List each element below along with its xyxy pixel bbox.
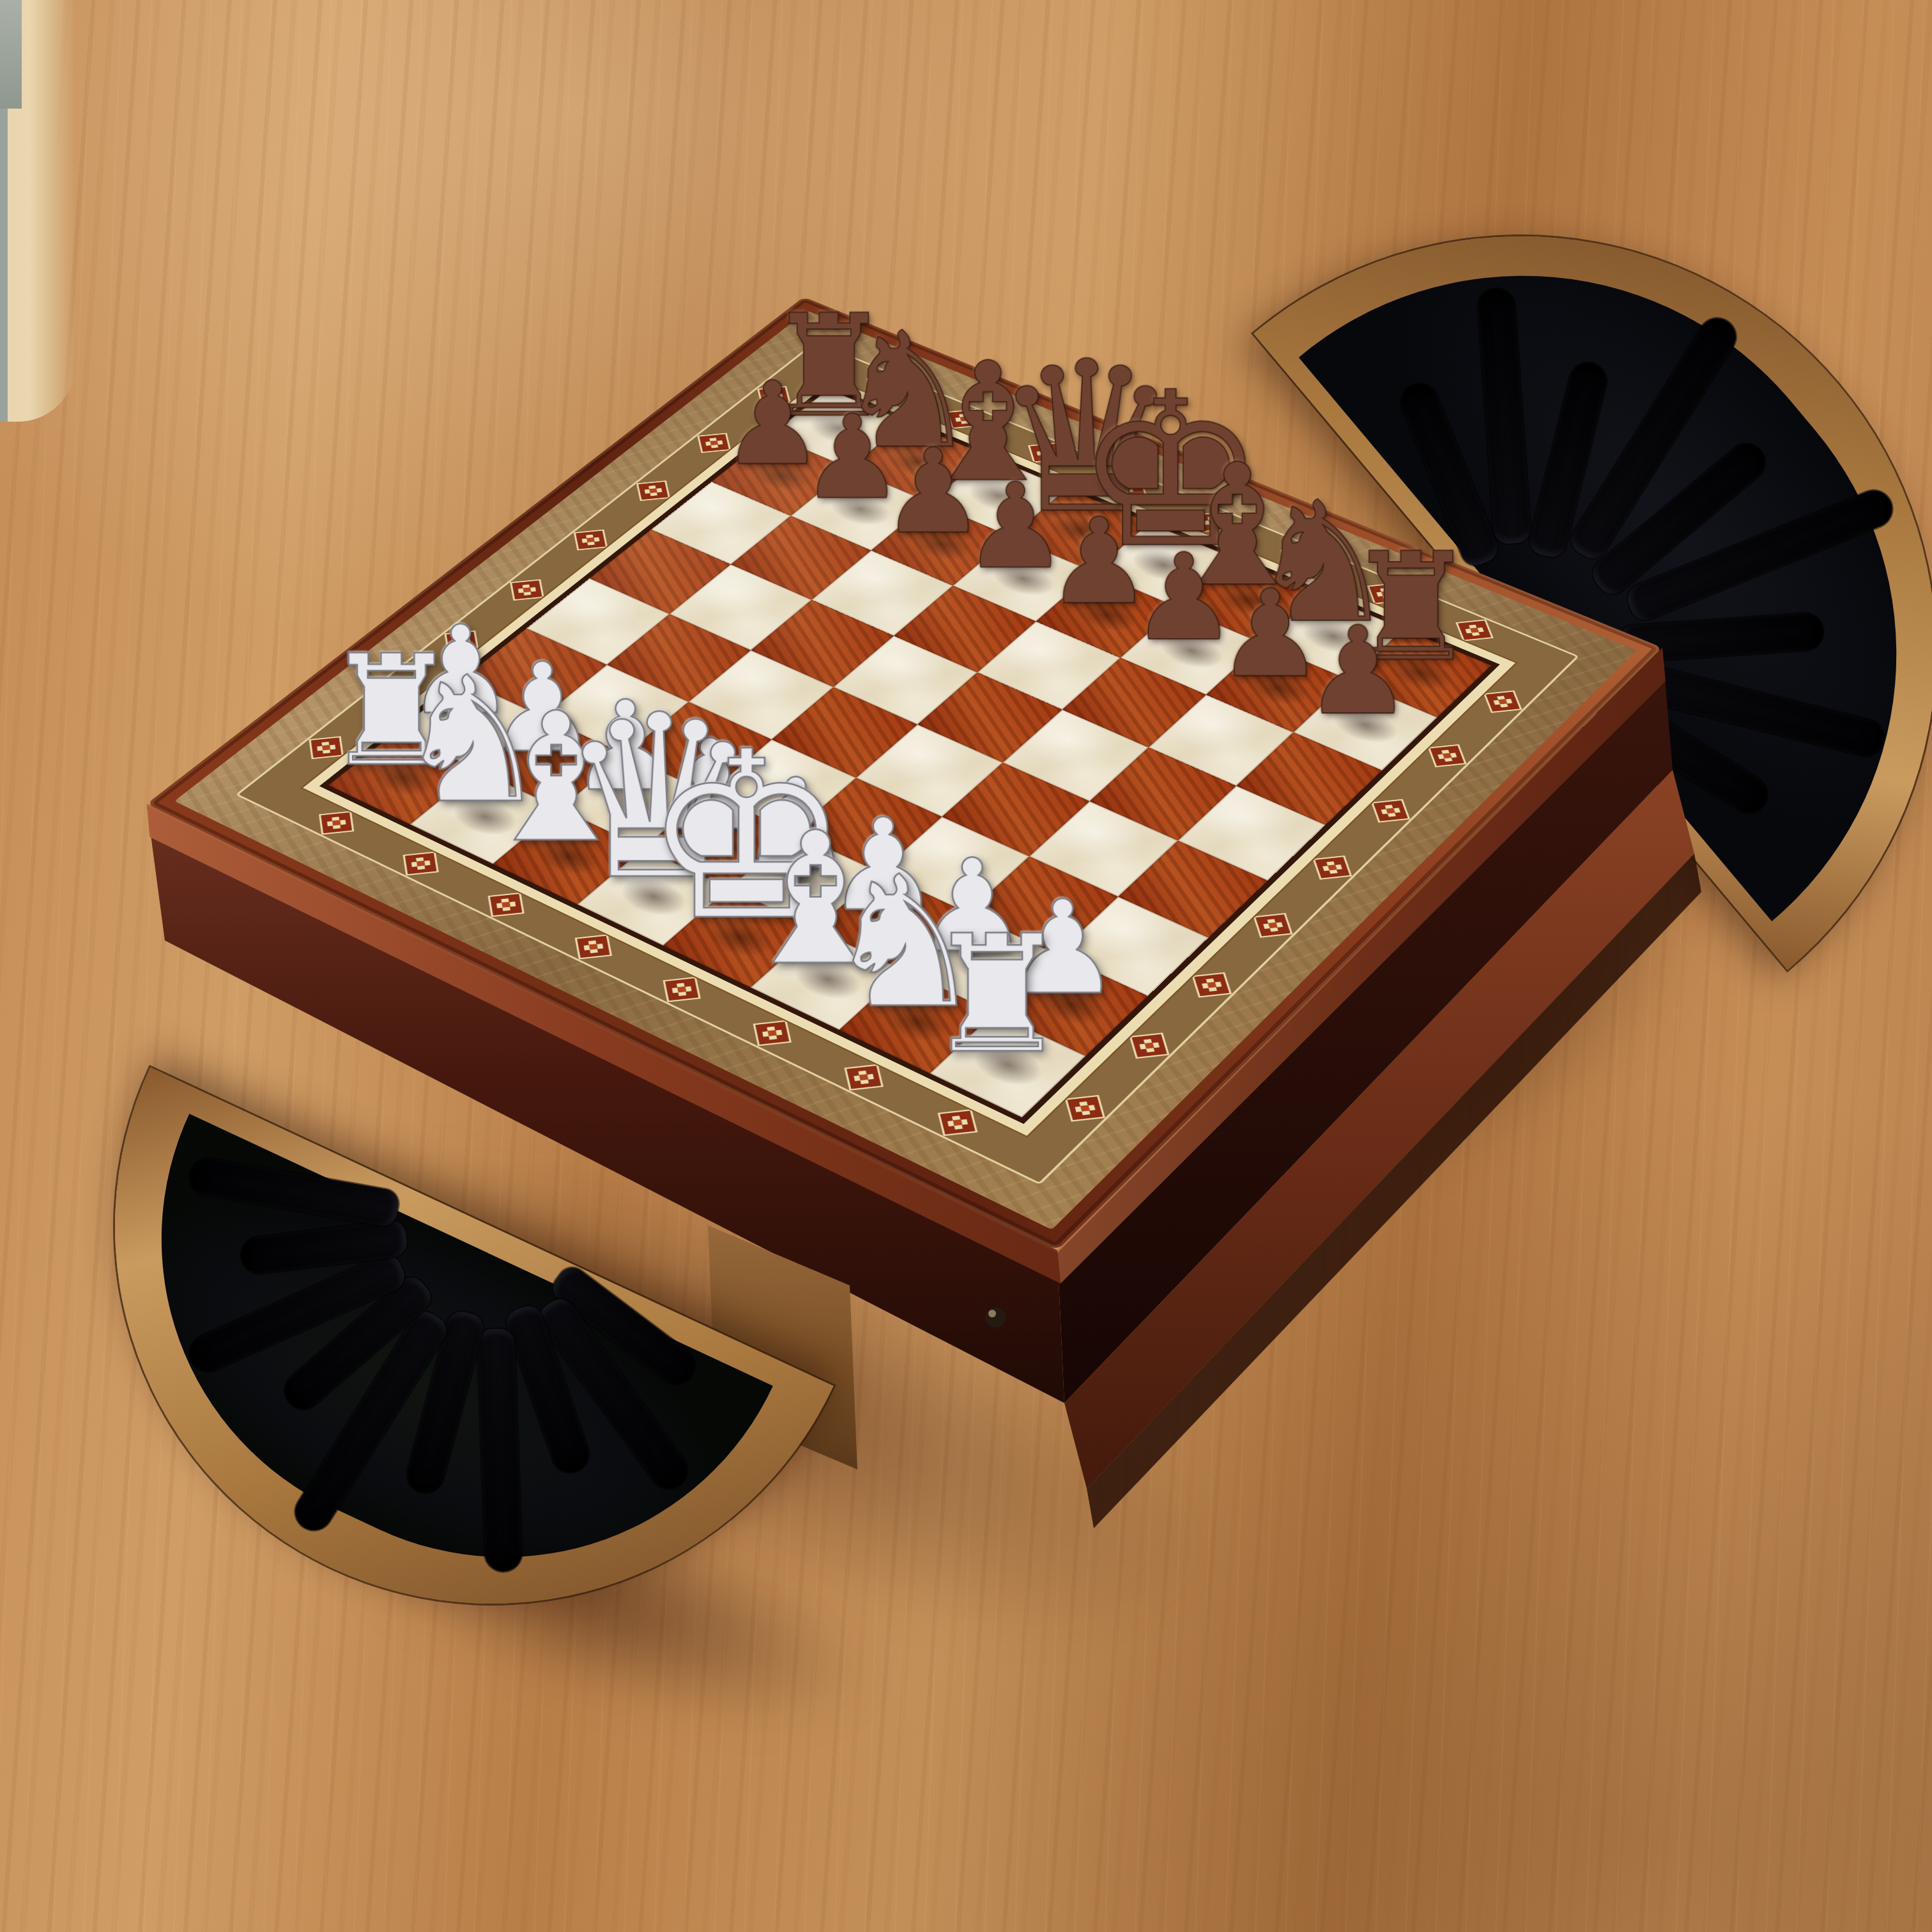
- chess-set-photo: ♜♞♝♛♚♝♞♜♟♟♟♟♟♟♟♟♟♟♟♟♟♟♟♟♜♞♝♛♚♝♞♜: [0, 0, 1932, 1932]
- board-squares: ♜♞♝♛♚♝♞♜♟♟♟♟♟♟♟♟♟♟♟♟♟♟♟♟♜♞♝♛♚♝♞♜: [328, 389, 1491, 1117]
- inlay-diamond-motif: [757, 386, 791, 406]
- chess-board: ♜♞♝♛♚♝♞♜♟♟♟♟♟♟♟♟♟♟♟♟♟♟♟♟♜♞♝♛♚♝♞♜: [146, 297, 1662, 1250]
- inlay-diamond-motif: [510, 579, 544, 601]
- inlay-diamond-motif: [1195, 512, 1231, 533]
- inlay-diamond-motif: [1455, 619, 1493, 641]
- inlay-diamond-motif: [1280, 547, 1317, 568]
- piece-white-rook[interactable]: ♜: [914, 914, 1079, 1075]
- inlay-diamond-motif: [1111, 477, 1147, 497]
- inlay-diamond-motif: [1065, 1095, 1105, 1122]
- inlay-diamond-motif: [947, 409, 981, 429]
- inlay-diamond-motif: [697, 433, 731, 453]
- inlay-diamond-motif: [866, 376, 900, 395]
- inlay-diamond-motif: [574, 529, 608, 550]
- inlay-diamond-motif: [636, 480, 670, 501]
- piece-black-pawn[interactable]: ♟: [1281, 611, 1434, 732]
- inlay-diamond-motif: [1028, 443, 1063, 463]
- board-scene: ♜♞♝♛♚♝♞♜♟♟♟♟♟♟♟♟♟♟♟♟♟♟♟♟♜♞♝♛♚♝♞♜: [0, 0, 1932, 1932]
